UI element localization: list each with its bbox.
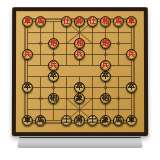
red-soldier[interactable]: 兵 [126,49,138,61]
board-point-f4-r6 [60,71,73,82]
board-point-f5-r7: 卒 [73,82,86,93]
xiangqi-board: 車馬仕帥仕相馬車炮相炮兵兵兵兵兵卒卒卒卒卒砲象砲車馬士將士象馬車 [12,7,148,136]
black-soldier[interactable]: 卒 [22,82,34,94]
black-cannon[interactable]: 砲 [48,93,60,105]
piece-character: 兵 [24,51,31,58]
piece-character: 馬 [37,18,44,25]
board-point-f3-r5: 兵 [47,60,60,71]
piece-character: 仕 [63,18,70,25]
board-point-f9-r2 [125,27,138,38]
board-point-f9-r3 [125,38,138,49]
board-point-f2-r6 [34,71,47,82]
board-point-f5-r8: 象 [73,93,86,104]
board-point-f4-r10: 士 [60,115,73,126]
red-soldier[interactable]: 兵 [74,49,86,61]
black-elephant[interactable]: 象 [74,93,86,105]
black-advisor[interactable]: 士 [87,115,99,127]
board-point-f8-r9 [112,104,125,115]
black-horse[interactable]: 馬 [113,115,125,127]
red-soldier[interactable]: 兵 [100,60,112,72]
board-point-f3-r4 [47,49,60,60]
board-point-f6-r3 [86,38,99,49]
red-elephant[interactable]: 相 [100,16,112,28]
black-chariot[interactable]: 車 [126,115,138,127]
piece-character: 卒 [128,84,135,91]
piece-character: 砲 [50,95,57,102]
board-point-f5-r9 [73,104,86,115]
board-point-f3-r7 [47,82,60,93]
board-point-f8-r2 [112,27,125,38]
board-point-f2-r5 [34,60,47,71]
piece-character: 象 [102,117,109,124]
board-point-f9-r1: 車 [125,16,138,27]
board-grid-area: 車馬仕帥仕相馬車炮相炮兵兵兵兵兵卒卒卒卒卒砲象砲車馬士將士象馬車 [21,16,138,126]
red-cannon[interactable]: 炮 [48,38,60,50]
piece-character: 砲 [102,95,109,102]
piece-character: 車 [24,18,31,25]
board-point-f3-r6: 卒 [47,71,60,82]
piece-character: 馬 [115,117,122,124]
piece-character: 兵 [76,51,83,58]
board-point-f1-r9 [21,104,34,115]
piece-character: 車 [128,18,135,25]
board-point-f2-r10: 馬 [34,115,47,126]
board-point-f2-r1: 馬 [34,16,47,27]
red-cannon[interactable]: 炮 [100,38,112,50]
product-photo-scene: 車馬仕帥仕相馬車炮相炮兵兵兵兵兵卒卒卒卒卒砲象砲車馬士將士象馬車 [0,0,160,160]
board-point-f9-r7: 卒 [125,82,138,93]
board-point-f2-r8 [34,93,47,104]
board-point-f1-r10: 車 [21,115,34,126]
board-point-f6-r5 [86,60,99,71]
board-point-f7-r9 [99,104,112,115]
black-soldier[interactable]: 卒 [74,82,86,94]
board-point-f6-r1: 仕 [86,16,99,27]
board-point-f4-r1: 仕 [60,16,73,27]
board-point-f7-r10: 象 [99,115,112,126]
board-point-f5-r5 [73,60,86,71]
red-horse[interactable]: 馬 [113,16,125,28]
board-surface: 車馬仕帥仕相馬車炮相炮兵兵兵兵兵卒卒卒卒卒砲象砲車馬士將士象馬車 [16,11,144,132]
piece-character: 車 [128,117,135,124]
board-point-f8-r5 [112,60,125,71]
red-advisor[interactable]: 仕 [61,16,73,28]
piece-grid: 車馬仕帥仕相馬車炮相炮兵兵兵兵兵卒卒卒卒卒砲象砲車馬士將士象馬車 [21,16,138,126]
piece-character: 兵 [102,62,109,69]
board-point-f4-r4 [60,49,73,60]
board-point-f6-r6 [86,71,99,82]
board-point-f7-r4 [99,49,112,60]
board-point-f5-r1: 帥 [73,16,86,27]
board-point-f7-r5: 兵 [99,60,112,71]
board-point-f5-r2 [73,27,86,38]
black-soldier[interactable]: 卒 [126,82,138,94]
piece-character: 車 [24,117,31,124]
board-point-f3-r2 [47,27,60,38]
board-point-f8-r6 [112,71,125,82]
board-point-f4-r5 [60,60,73,71]
board-point-f9-r4: 兵 [125,49,138,60]
board-point-f8-r4 [112,49,125,60]
piece-character: 兵 [128,51,135,58]
piece-character: 兵 [50,62,57,69]
red-elephant[interactable]: 相 [74,38,86,50]
board-point-f7-r8: 砲 [99,93,112,104]
board-point-f8-r8 [112,93,125,104]
board-point-f1-r2 [21,27,34,38]
board-point-f1-r7: 卒 [21,82,34,93]
piece-character: 士 [89,117,96,124]
board-point-f7-r7 [99,82,112,93]
piece-character: 象 [76,95,83,102]
piece-character: 相 [76,40,83,47]
red-soldier[interactable]: 兵 [48,60,60,72]
board-point-f5-r6 [73,71,86,82]
piece-character: 相 [102,18,109,25]
red-chariot[interactable]: 車 [126,16,138,28]
board-point-f4-r7 [60,82,73,93]
piece-character: 帥 [76,18,83,25]
board-point-f1-r4: 兵 [21,49,34,60]
black-chariot[interactable]: 車 [22,115,34,127]
board-point-f4-r2 [60,27,73,38]
board-point-f1-r5 [21,60,34,71]
red-chariot[interactable]: 車 [22,16,34,28]
board-point-f8-r7 [112,82,125,93]
board-point-f7-r2 [99,27,112,38]
piece-character: 卒 [102,73,109,80]
board-point-f8-r1: 馬 [112,16,125,27]
black-soldier[interactable]: 卒 [48,71,60,83]
piece-character: 士 [63,117,70,124]
piece-character: 炮 [102,40,109,47]
piece-character: 將 [76,117,83,124]
board-point-f8-r3 [112,38,125,49]
black-soldier[interactable]: 卒 [100,71,112,83]
red-horse[interactable]: 馬 [35,16,47,28]
board-point-f9-r8 [125,93,138,104]
piece-character: 馬 [37,117,44,124]
board-point-f5-r4: 兵 [73,49,86,60]
piece-character: 卒 [24,84,31,91]
board-point-f3-r9 [47,104,60,115]
piece-character: 卒 [76,84,83,91]
board-point-f1-r1: 車 [21,16,34,27]
board-point-f1-r6 [21,71,34,82]
board-point-f6-r10: 士 [86,115,99,126]
board-point-f4-r9 [60,104,73,115]
board-point-f6-r9 [86,104,99,115]
black-horse[interactable]: 馬 [35,115,47,127]
black-advisor[interactable]: 士 [61,115,73,127]
black-elephant[interactable]: 象 [100,115,112,127]
board-point-f3-r10 [47,115,60,126]
red-advisor[interactable]: 仕 [87,16,99,28]
board-point-f7-r3: 炮 [99,38,112,49]
board-point-f4-r3 [60,38,73,49]
board-point-f6-r2 [86,27,99,38]
piece-character: 卒 [50,73,57,80]
board-point-f3-r3: 炮 [47,38,60,49]
piece-character: 馬 [115,18,122,25]
board-point-f8-r10: 馬 [112,115,125,126]
piece-character: 仕 [89,18,96,25]
board-point-f5-r10: 將 [73,115,86,126]
board-point-f9-r9 [125,104,138,115]
board-point-f2-r7 [34,82,47,93]
board-point-f3-r1 [47,16,60,27]
red-soldier[interactable]: 兵 [22,49,34,61]
black-general[interactable]: 將 [74,115,86,127]
board-point-f9-r10: 車 [125,115,138,126]
folding-set-base-edge [17,137,143,148]
board-point-f7-r1: 相 [99,16,112,27]
board-point-f1-r3 [21,38,34,49]
board-point-f9-r6 [125,71,138,82]
board-point-f6-r8 [86,93,99,104]
red-general[interactable]: 帥 [74,16,86,28]
board-point-f5-r3: 相 [73,38,86,49]
board-point-f6-r7 [86,82,99,93]
board-point-f2-r4 [34,49,47,60]
board-point-f4-r8 [60,93,73,104]
board-point-f2-r3 [34,38,47,49]
board-point-f6-r4 [86,49,99,60]
piece-character: 炮 [50,40,57,47]
board-point-f1-r8 [21,93,34,104]
black-cannon[interactable]: 砲 [100,93,112,105]
board-point-f9-r5 [125,60,138,71]
board-point-f2-r2 [34,27,47,38]
board-point-f2-r9 [34,104,47,115]
board-point-f7-r6: 卒 [99,71,112,82]
board-point-f3-r8: 砲 [47,93,60,104]
